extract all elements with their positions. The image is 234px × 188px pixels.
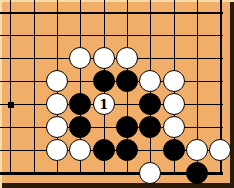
stone-black (116, 70, 138, 92)
stone-white (163, 93, 185, 115)
stone-white (46, 93, 68, 115)
stone-black (163, 139, 185, 161)
stone-black (139, 116, 161, 138)
stone-black (93, 139, 115, 161)
stone-black (116, 116, 138, 138)
stone-black (69, 93, 91, 115)
stones-layer: 1 (0, 0, 234, 188)
stone-white (139, 70, 161, 92)
stone-white (46, 139, 68, 161)
stone-white (186, 139, 208, 161)
stone-white (116, 47, 138, 69)
stone-white (93, 47, 115, 69)
stone-white (69, 47, 91, 69)
stone-black (69, 116, 91, 138)
stone-white (139, 162, 161, 184)
stone-white (163, 116, 185, 138)
go-board-diagram: 1 (0, 0, 234, 188)
stone-white (69, 139, 91, 161)
stone-black (186, 162, 208, 184)
stone-white (209, 139, 231, 161)
stone-black (93, 70, 115, 92)
stone-black (116, 139, 138, 161)
stone-white (163, 70, 185, 92)
stone-white (46, 70, 68, 92)
move-number-label: 1 (99, 97, 108, 110)
stone-white (46, 116, 68, 138)
stone-white-move-1: 1 (93, 93, 115, 115)
stone-black (139, 93, 161, 115)
